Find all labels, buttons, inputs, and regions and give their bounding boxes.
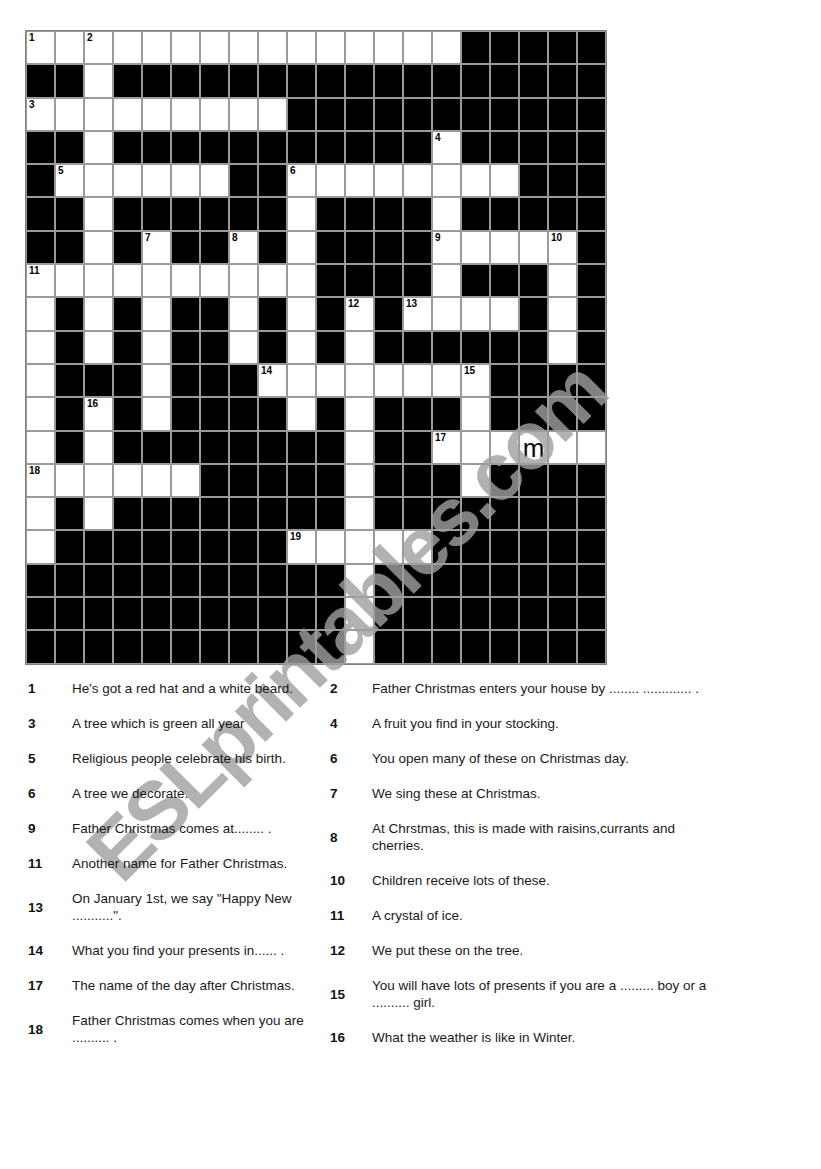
cell-r8c14-block: [403, 264, 432, 297]
cell-r15c18-block: [519, 497, 548, 530]
cell-r19c16-block: [461, 630, 490, 663]
cell-r18c18-block: [519, 597, 548, 630]
cell-r16c7-block: [200, 530, 229, 563]
cell-r16c8-block: [229, 530, 258, 563]
cell-r14c11-block: [316, 464, 345, 497]
clue-number-15: 15: [464, 365, 475, 377]
cell-r10c16-block: [461, 331, 490, 364]
cell-r18c19-block: [548, 597, 577, 630]
cell-r13c14-block: [403, 431, 432, 464]
cell-r7c17[interactable]: [490, 231, 519, 264]
clue-row-left-11: 11Another name for Father Christmas.: [28, 855, 324, 872]
cell-r4c10-block: [287, 131, 316, 164]
cell-r5c18-block: [519, 164, 548, 197]
cell-r14c9-block: [258, 464, 287, 497]
cell-r8c16-block: [461, 264, 490, 297]
cell-r19c19-block: [548, 630, 577, 663]
cell-r2c3[interactable]: [84, 64, 113, 97]
clue-text: What the weather is like in Winter.: [372, 1029, 732, 1046]
cell-r14c14-block: [403, 464, 432, 497]
cell-r17c12[interactable]: [345, 564, 374, 597]
cell-r14c1[interactable]: 18: [26, 464, 55, 497]
clue-row-right-11: 11A crystal of ice.: [330, 907, 732, 924]
cell-r16c19-block: [548, 530, 577, 563]
cell-r8c19[interactable]: [548, 264, 577, 297]
cell-r9c8[interactable]: [229, 297, 258, 330]
cell-r11c9[interactable]: 14: [258, 364, 287, 397]
cell-r11c16[interactable]: 15: [461, 364, 490, 397]
cell-r2c16-block: [461, 64, 490, 97]
cell-r6c17-block: [490, 197, 519, 230]
cell-r1c2[interactable]: [55, 31, 84, 64]
cell-r8c5[interactable]: [142, 264, 171, 297]
clue-text: We sing these at Christmas.: [372, 785, 732, 802]
cell-r17c7-block: [200, 564, 229, 597]
cell-r5c6[interactable]: [171, 164, 200, 197]
cell-r19c3-block: [84, 630, 113, 663]
cell-r4c14-block: [403, 131, 432, 164]
cell-r6c20-block: [577, 197, 606, 230]
cell-r9c16[interactable]: [461, 297, 490, 330]
cell-r13c2-block: [55, 431, 84, 464]
clue-text: We put these on the tree.: [372, 942, 732, 959]
cell-r10c12[interactable]: [345, 331, 374, 364]
cell-r12c12[interactable]: [345, 397, 374, 430]
cell-r6c15[interactable]: [432, 197, 461, 230]
cell-r5c3[interactable]: [84, 164, 113, 197]
clue-row-right-6: 6You open many of these on Christmas day…: [330, 750, 732, 767]
cell-r13c12[interactable]: [345, 431, 374, 464]
cell-r3c2[interactable]: [55, 98, 84, 131]
cell-r11c19-block: [548, 364, 577, 397]
cell-r1c6[interactable]: [171, 31, 200, 64]
clue-number-label: 5: [28, 750, 72, 767]
cell-r9c13-block: [374, 297, 403, 330]
cell-r17c5-block: [142, 564, 171, 597]
cell-r2c13-block: [374, 64, 403, 97]
clue-number-13: 13: [406, 298, 417, 310]
cell-r7c20-block: [577, 231, 606, 264]
cell-r6c14-block: [403, 197, 432, 230]
cell-r3c8[interactable]: [229, 98, 258, 131]
cell-r1c20-block: [577, 31, 606, 64]
cell-r8c9[interactable]: [258, 264, 287, 297]
cell-r8c8[interactable]: [229, 264, 258, 297]
cell-r15c12[interactable]: [345, 497, 374, 530]
cell-r16c10[interactable]: 19: [287, 530, 316, 563]
cell-r19c6-block: [171, 630, 200, 663]
cell-r15c9-block: [258, 497, 287, 530]
cell-r3c17-block: [490, 98, 519, 131]
clue-number-19: 19: [290, 531, 301, 543]
cell-r15c13-block: [374, 497, 403, 530]
cell-r15c19-block: [548, 497, 577, 530]
cell-r3c18-block: [519, 98, 548, 131]
clue-number-label: 1: [28, 680, 72, 697]
cell-r1c1[interactable]: 1: [26, 31, 55, 64]
cell-r19c20-block: [577, 630, 606, 663]
cell-r12c18-block: [519, 397, 548, 430]
cell-r11c5[interactable]: [142, 364, 171, 397]
cell-r15c5-block: [142, 497, 171, 530]
cell-r5c15[interactable]: [432, 164, 461, 197]
cell-r1c5[interactable]: [142, 31, 171, 64]
cell-r12c13-block: [374, 397, 403, 430]
cell-r7c11-block: [316, 231, 345, 264]
cell-r15c14-block: [403, 497, 432, 530]
clue-number-label: 3: [28, 715, 72, 732]
cell-r4c9-block: [258, 131, 287, 164]
cell-r18c14-block: [403, 597, 432, 630]
cell-r14c6[interactable]: [171, 464, 200, 497]
cell-r8c17-block: [490, 264, 519, 297]
cell-r11c13[interactable]: [374, 364, 403, 397]
cell-r6c11-block: [316, 197, 345, 230]
cell-r12c6-block: [171, 397, 200, 430]
clue-text: A tree which is green all year: [72, 715, 324, 732]
cell-r7c18[interactable]: [519, 231, 548, 264]
cell-r7c3[interactable]: [84, 231, 113, 264]
cell-r4c18-block: [519, 131, 548, 164]
cell-r17c14-block: [403, 564, 432, 597]
cell-r12c1[interactable]: [26, 397, 55, 430]
cell-r6c5-block: [142, 197, 171, 230]
cell-r3c3[interactable]: [84, 98, 113, 131]
cell-r6c19-block: [548, 197, 577, 230]
clue-text: Religious people celebrate his birth.: [72, 750, 324, 767]
cell-r3c10-block: [287, 98, 316, 131]
cell-r5c10[interactable]: 6: [287, 164, 316, 197]
clue-number-label: 14: [28, 942, 72, 959]
cell-r3c7[interactable]: [200, 98, 229, 131]
cell-r12c5[interactable]: [142, 397, 171, 430]
cell-r8c1[interactable]: 11: [26, 264, 55, 297]
cell-r14c4[interactable]: [113, 464, 142, 497]
cell-r12c15-block: [432, 397, 461, 430]
cell-r13c16[interactable]: [461, 431, 490, 464]
cell-r7c19[interactable]: 10: [548, 231, 577, 264]
cell-r7c16[interactable]: [461, 231, 490, 264]
cell-r18c9-block: [258, 597, 287, 630]
cell-r2c11-block: [316, 64, 345, 97]
cell-r15c1[interactable]: [26, 497, 55, 530]
cell-r16c12[interactable]: [345, 530, 374, 563]
cell-r11c12[interactable]: [345, 364, 374, 397]
clue-row-left-3: 3A tree which is green all year: [28, 715, 324, 732]
clue-row-left-5: 5Religious people celebrate his birth.: [28, 750, 324, 767]
cell-r15c6-block: [171, 497, 200, 530]
crossword-board: 1234567891011121314151617m1819: [25, 30, 607, 665]
cell-r16c1[interactable]: [26, 530, 55, 563]
cell-r11c14[interactable]: [403, 364, 432, 397]
cell-r5c20-block: [577, 164, 606, 197]
clue-number-11: 11: [29, 265, 40, 277]
clue-number-7: 7: [145, 232, 151, 244]
cell-r1c16-block: [461, 31, 490, 64]
cell-r16c5-block: [142, 530, 171, 563]
cell-r17c16-block: [461, 564, 490, 597]
cell-r10c1[interactable]: [26, 331, 55, 364]
cell-r13c1[interactable]: [26, 431, 55, 464]
cell-r10c9-block: [258, 331, 287, 364]
cell-r6c10[interactable]: [287, 197, 316, 230]
cell-r13c7-block: [200, 431, 229, 464]
cell-r9c7-block: [200, 297, 229, 330]
cell-r12c8-block: [229, 397, 258, 430]
cell-r15c11-block: [316, 497, 345, 530]
cell-r14c2[interactable]: [55, 464, 84, 497]
cell-r1c7[interactable]: [200, 31, 229, 64]
cell-r5c7[interactable]: [200, 164, 229, 197]
cell-r16c2-block: [55, 530, 84, 563]
cell-r4c1-block: [26, 131, 55, 164]
cell-r10c3[interactable]: [84, 331, 113, 364]
cell-r12c16[interactable]: [461, 397, 490, 430]
cell-r14c12[interactable]: [345, 464, 374, 497]
cell-r14c16[interactable]: [461, 464, 490, 497]
clue-text: Father Christmas comes at........ .: [72, 820, 324, 837]
cell-r8c4[interactable]: [113, 264, 142, 297]
cell-r7c8[interactable]: 8: [229, 231, 258, 264]
cell-r9c17[interactable]: [490, 297, 519, 330]
cell-r8c20-block: [577, 264, 606, 297]
cell-r13c19[interactable]: [548, 431, 577, 464]
cell-r10c8[interactable]: [229, 331, 258, 364]
cell-r18c2-block: [55, 597, 84, 630]
cell-r1c9[interactable]: [258, 31, 287, 64]
clue-number-label: 7: [330, 785, 372, 802]
clue-text: Father Christmas enters your house by ..…: [372, 680, 732, 697]
cell-r8c6[interactable]: [171, 264, 200, 297]
cell-r2c8-block: [229, 64, 258, 97]
cell-r17c10-block: [287, 564, 316, 597]
cell-r1c12[interactable]: [345, 31, 374, 64]
cell-r12c10[interactable]: [287, 397, 316, 430]
cell-r13c18[interactable]: m: [519, 431, 548, 464]
cell-r3c16-block: [461, 98, 490, 131]
cell-r7c15[interactable]: 9: [432, 231, 461, 264]
cell-r19c15-block: [432, 630, 461, 663]
cell-r1c10[interactable]: [287, 31, 316, 64]
cell-r16c14[interactable]: [403, 530, 432, 563]
cell-r8c3[interactable]: [84, 264, 113, 297]
cell-r11c10[interactable]: [287, 364, 316, 397]
cell-r5c16[interactable]: [461, 164, 490, 197]
cell-r9c12[interactable]: 12: [345, 297, 374, 330]
cell-r8c15[interactable]: [432, 264, 461, 297]
cell-r5c13[interactable]: [374, 164, 403, 197]
cell-r9c14[interactable]: 13: [403, 297, 432, 330]
cell-r2c20-block: [577, 64, 606, 97]
clue-row-right-4: 4A fruit you find in your stocking.: [330, 715, 732, 732]
cell-r7c13-block: [374, 231, 403, 264]
cell-r16c13[interactable]: [374, 530, 403, 563]
cell-r2c18-block: [519, 64, 548, 97]
cell-r3c11-block: [316, 98, 345, 131]
cell-r6c4-block: [113, 197, 142, 230]
cell-r9c15[interactable]: [432, 297, 461, 330]
cell-r1c11[interactable]: [316, 31, 345, 64]
cell-r8c2[interactable]: [55, 264, 84, 297]
cell-r1c18-block: [519, 31, 548, 64]
cell-r3c15-block: [432, 98, 461, 131]
cell-r13c13-block: [374, 431, 403, 464]
cell-r1c17-block: [490, 31, 519, 64]
cell-r5c14[interactable]: [403, 164, 432, 197]
cell-r15c4-block: [113, 497, 142, 530]
cell-r9c1[interactable]: [26, 297, 55, 330]
clue-text: On January 1st, we say "Happy New ......…: [72, 890, 324, 924]
cell-r12c11-block: [316, 397, 345, 430]
cell-r13c8-block: [229, 431, 258, 464]
cell-r15c17-block: [490, 497, 519, 530]
cell-r18c17-block: [490, 597, 519, 630]
clue-number-label: 16: [330, 1029, 372, 1046]
clue-number-2: 2: [87, 32, 93, 44]
cell-r18c12[interactable]: [345, 597, 374, 630]
cell-r4c15[interactable]: 4: [432, 131, 461, 164]
cell-r7c5[interactable]: 7: [142, 231, 171, 264]
cell-r7c6-block: [171, 231, 200, 264]
cell-r13c5-block: [142, 431, 171, 464]
cell-r4c17-block: [490, 131, 519, 164]
cell-r4c11-block: [316, 131, 345, 164]
cell-r17c15-block: [432, 564, 461, 597]
cell-r11c2-block: [55, 364, 84, 397]
cell-r4c13-block: [374, 131, 403, 164]
clue-number-label: 10: [330, 872, 372, 889]
cell-r18c20-block: [577, 597, 606, 630]
cell-r12c2-block: [55, 397, 84, 430]
cell-r9c10[interactable]: [287, 297, 316, 330]
cell-r3c5[interactable]: [142, 98, 171, 131]
cell-r18c10-block: [287, 597, 316, 630]
cell-r2c14-block: [403, 64, 432, 97]
cell-r3c6[interactable]: [171, 98, 200, 131]
cell-r15c3[interactable]: [84, 497, 113, 530]
cell-r14c5[interactable]: [142, 464, 171, 497]
cell-r1c14[interactable]: [403, 31, 432, 64]
cell-r3c9[interactable]: [258, 98, 287, 131]
cell-r2c10-block: [287, 64, 316, 97]
cell-r5c5[interactable]: [142, 164, 171, 197]
cell-r9c19[interactable]: [548, 297, 577, 330]
clue-number-4: 4: [435, 132, 441, 144]
cell-r3c1[interactable]: 3: [26, 98, 55, 131]
cell-r13c20[interactable]: [577, 431, 606, 464]
cell-r3c13-block: [374, 98, 403, 131]
cell-r2c1-block: [26, 64, 55, 97]
cell-r4c3[interactable]: [84, 131, 113, 164]
cell-r3c20-block: [577, 98, 606, 131]
cell-r5c12[interactable]: [345, 164, 374, 197]
cell-r13c6-block: [171, 431, 200, 464]
cell-r19c1-block: [26, 630, 55, 663]
cell-r18c13-block: [374, 597, 403, 630]
cell-r11c11[interactable]: [316, 364, 345, 397]
clue-text: At Chrstmas, this is made with raisins,c…: [372, 820, 732, 854]
cell-r10c6-block: [171, 331, 200, 364]
cell-r8c11-block: [316, 264, 345, 297]
cell-r12c3[interactable]: 16: [84, 397, 113, 430]
cell-r16c11[interactable]: [316, 530, 345, 563]
cell-r13c15[interactable]: 17: [432, 431, 461, 464]
cell-r19c9-block: [258, 630, 287, 663]
cell-r7c7-block: [200, 231, 229, 264]
cell-r13c17[interactable]: [490, 431, 519, 464]
cell-r14c17-block: [490, 464, 519, 497]
cell-r5c8-block: [229, 164, 258, 197]
cell-r8c10[interactable]: [287, 264, 316, 297]
cell-r7c14-block: [403, 231, 432, 264]
cell-r5c11[interactable]: [316, 164, 345, 197]
cell-r10c4-block: [113, 331, 142, 364]
cell-r14c7-block: [200, 464, 229, 497]
cell-r6c13-block: [374, 197, 403, 230]
cell-r5c4[interactable]: [113, 164, 142, 197]
cell-r15c10-block: [287, 497, 316, 530]
cell-r2c7-block: [200, 64, 229, 97]
cell-r13c3[interactable]: [84, 431, 113, 464]
cell-r13c10-block: [287, 431, 316, 464]
clue-number-17: 17: [435, 432, 446, 444]
cell-r4c12-block: [345, 131, 374, 164]
cell-r1c8[interactable]: [229, 31, 258, 64]
cell-r1c15[interactable]: [432, 31, 461, 64]
cell-r11c20-block: [577, 364, 606, 397]
cell-r1c3[interactable]: 2: [84, 31, 113, 64]
cell-r11c4-block: [113, 364, 142, 397]
cell-r17c20-block: [577, 564, 606, 597]
cell-r3c4[interactable]: [113, 98, 142, 131]
clue-text: The name of the day after Christmas.: [72, 977, 324, 994]
cell-r11c15[interactable]: [432, 364, 461, 397]
cell-r7c10[interactable]: [287, 231, 316, 264]
cell-r6c18-block: [519, 197, 548, 230]
cell-r6c3[interactable]: [84, 197, 113, 230]
clue-row-left-17: 17The name of the day after Christmas.: [28, 977, 324, 994]
cell-r7c4-block: [113, 231, 142, 264]
cell-r5c2[interactable]: 5: [55, 164, 84, 197]
worksheet-page: 1234567891011121314151617m1819 ESLprinta…: [0, 0, 821, 1169]
clue-text: He's got a red hat and a white beard.: [72, 680, 324, 697]
cell-r2c15-block: [432, 64, 461, 97]
cell-r11c6-block: [171, 364, 200, 397]
cell-r11c1[interactable]: [26, 364, 55, 397]
clue-text: You will have lots of presents if you ar…: [372, 977, 732, 1011]
cell-r19c12[interactable]: [345, 630, 374, 663]
cell-r10c5[interactable]: [142, 331, 171, 364]
clue-row-left-18: 18Father Christmas comes when you are ..…: [28, 1012, 324, 1046]
cell-r9c5[interactable]: [142, 297, 171, 330]
clue-number-label: 2: [330, 680, 372, 697]
clue-number-label: 9: [28, 820, 72, 837]
cell-r14c3[interactable]: [84, 464, 113, 497]
cell-r9c3[interactable]: [84, 297, 113, 330]
clue-number-18: 18: [29, 465, 40, 477]
cell-r5c17[interactable]: [490, 164, 519, 197]
cell-r1c4[interactable]: [113, 31, 142, 64]
cell-r10c19[interactable]: [548, 331, 577, 364]
cell-r8c7[interactable]: [200, 264, 229, 297]
cell-r1c13[interactable]: [374, 31, 403, 64]
cell-r15c7-block: [200, 497, 229, 530]
cell-r10c2-block: [55, 331, 84, 364]
cell-r3c19-block: [548, 98, 577, 131]
clue-number-label: 12: [330, 942, 372, 959]
cell-r16c20-block: [577, 530, 606, 563]
cell-r10c10[interactable]: [287, 331, 316, 364]
